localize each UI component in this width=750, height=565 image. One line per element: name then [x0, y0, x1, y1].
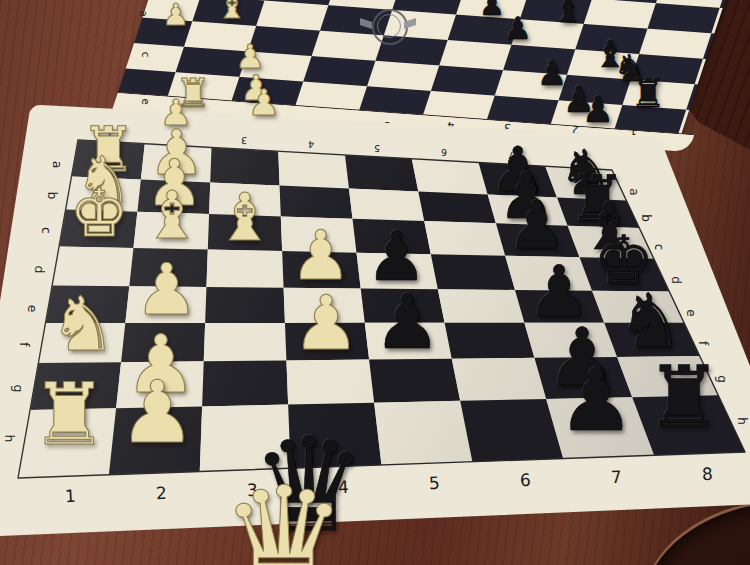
piece-black-rook-h8[interactable]: ♜ — [646, 355, 723, 441]
bg-piece-white-pawn-6[interactable]: ♟ — [248, 85, 280, 121]
near-rank-label-7: 7 — [610, 467, 622, 488]
square-f6[interactable] — [445, 323, 535, 359]
piece-white-pawn-h2[interactable]: ♟ — [119, 369, 196, 455]
piece-white-knight-f1[interactable]: ♞ — [49, 287, 116, 362]
piece-white-king-c1[interactable]: ♚ — [69, 181, 128, 247]
photo-two-chessboards-on-table: { "game": "chess", "scene": "Two vinyl t… — [0, 0, 750, 565]
piece-white-pawn-f4[interactable]: ♟ — [293, 286, 360, 361]
piece-black-pawn-h7[interactable]: ♟ — [558, 357, 635, 443]
bg-piece-white-bishop-1[interactable]: ♝ — [217, 0, 247, 23]
piece-white-bishop-c2[interactable]: ♝ — [142, 183, 201, 249]
left-file-label-e: e — [25, 305, 40, 313]
left-file-label-h: h — [2, 435, 17, 443]
right-file-label-f: f — [696, 341, 710, 345]
bg-piece-black-rook-14[interactable]: ♜ — [630, 73, 666, 113]
bg-piece-black-pawn-8[interactable]: ♟ — [504, 13, 532, 44]
bg-piece-white-pawn-0[interactable]: ♟ — [163, 0, 190, 30]
square-h6[interactable] — [460, 399, 563, 462]
right-file-label-c: c — [652, 244, 666, 251]
square-e6[interactable] — [438, 289, 525, 323]
near-rank-label-8: 8 — [701, 463, 713, 484]
square-a4[interactable] — [278, 151, 349, 188]
left-file-label-c: c — [39, 227, 54, 234]
far-rank-label-4: 4 — [307, 139, 314, 150]
square-d6[interactable] — [431, 254, 515, 290]
left-file-label-a: a — [51, 161, 66, 169]
near-rank-label-1: 1 — [65, 486, 77, 507]
far-rank-label-6: 6 — [441, 146, 448, 157]
bg-piece-black-pawn-7[interactable]: ♟ — [479, 0, 505, 20]
piece-white-rook-h1[interactable]: ♜ — [31, 371, 108, 457]
far-rank-label-5: 5 — [374, 143, 381, 154]
right-file-label-e: e — [684, 309, 698, 316]
left-file-label-g: g — [11, 385, 26, 393]
left-file-label-d: d — [32, 266, 47, 274]
near-rank-label-5: 5 — [428, 473, 440, 494]
bg-piece-black-bishop-9[interactable]: ♝ — [553, 0, 583, 27]
square-b6[interactable] — [418, 191, 496, 223]
near-rank-label-2: 2 — [156, 483, 168, 504]
square-b4[interactable] — [280, 185, 353, 218]
square-f3[interactable] — [204, 323, 287, 361]
piece-white-bishop-c3[interactable]: ♝ — [215, 185, 274, 251]
square-g3[interactable] — [202, 360, 288, 406]
piece-black-pawn-c7[interactable]: ♟ — [507, 193, 566, 259]
left-file-label-b: b — [45, 192, 60, 200]
near-rank-label-6: 6 — [519, 470, 531, 491]
square-c6[interactable] — [424, 221, 505, 256]
far-rank-label-3: 3 — [241, 135, 248, 146]
piece-white-pawn-e2[interactable]: ♟ — [135, 255, 199, 326]
piece-black-pawn-f5[interactable]: ♟ — [374, 285, 441, 360]
square-a6[interactable] — [412, 159, 488, 195]
left-file-label-f: f — [17, 342, 32, 346]
bg-piece-black-pawn-15[interactable]: ♟ — [582, 92, 614, 128]
captured-white-queen[interactable]: ♛ — [220, 468, 347, 565]
square-a5[interactable] — [345, 155, 418, 191]
square-e3[interactable] — [205, 287, 285, 323]
square-h5[interactable] — [374, 401, 472, 465]
square-g6[interactable] — [452, 358, 546, 401]
right-file-label-h: h — [735, 417, 749, 425]
